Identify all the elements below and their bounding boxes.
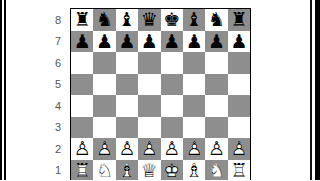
square-b8[interactable]: ♞ — [93, 9, 115, 31]
piece-black-pawn-a7: ♟ — [71, 31, 93, 53]
piece-black-rook-h8: ♜ — [228, 9, 250, 31]
square-e8[interactable]: ♚ — [161, 9, 183, 31]
square-c2[interactable]: ♟♙ — [116, 138, 138, 160]
square-g5[interactable] — [205, 74, 227, 96]
square-f7[interactable]: ♟ — [183, 31, 205, 53]
black-piece-glyph: ♝ — [116, 9, 138, 31]
black-piece-glyph: ♞ — [205, 9, 227, 31]
piece-white-rook-a1: ♜♖ — [71, 160, 93, 181]
piece-black-pawn-d7: ♟ — [138, 31, 160, 53]
square-g3[interactable] — [205, 117, 227, 139]
white-piece-outline: ♙ — [228, 138, 250, 160]
square-c5[interactable] — [116, 74, 138, 96]
square-f6[interactable] — [183, 52, 205, 74]
white-piece-outline: ♙ — [205, 138, 227, 160]
square-b6[interactable] — [93, 52, 115, 74]
piece-white-pawn-c2: ♟♙ — [116, 138, 138, 160]
square-h8[interactable]: ♜ — [228, 9, 250, 31]
square-d3[interactable] — [138, 117, 160, 139]
square-g8[interactable]: ♞ — [205, 9, 227, 31]
square-b2[interactable]: ♟♙ — [93, 138, 115, 160]
white-piece-outline: ♙ — [116, 138, 138, 160]
black-piece-glyph: ♟ — [228, 31, 250, 53]
square-h6[interactable] — [228, 52, 250, 74]
square-e3[interactable] — [161, 117, 183, 139]
piece-black-knight-b8: ♞ — [93, 9, 115, 31]
piece-white-queen-d1: ♛♕ — [138, 160, 160, 181]
rank-label-2: 2 — [46, 138, 64, 160]
piece-black-pawn-c7: ♟ — [116, 31, 138, 53]
piece-black-knight-g8: ♞ — [205, 9, 227, 31]
square-a6[interactable] — [71, 52, 93, 74]
square-h2[interactable]: ♟♙ — [228, 138, 250, 160]
video-frame: 8 7 6 5 4 3 2 1 ♜♞♝♛♚♝♞♜♟♟♟♟♟♟♟♟♟♙♟♙♟♙♟♙… — [0, 0, 320, 180]
right-frame-line — [310, 0, 312, 180]
square-a1[interactable]: ♜♖ — [71, 160, 93, 181]
piece-white-knight-b1: ♞♘ — [93, 160, 115, 181]
piece-white-rook-h1: ♜♖ — [228, 160, 250, 181]
left-frame-line — [4, 0, 6, 180]
square-c8[interactable]: ♝ — [116, 9, 138, 31]
square-h4[interactable] — [228, 95, 250, 117]
square-f3[interactable] — [183, 117, 205, 139]
square-b1[interactable]: ♞♘ — [93, 160, 115, 181]
piece-black-king-e8: ♚ — [161, 9, 183, 31]
square-h1[interactable]: ♜♖ — [228, 160, 250, 181]
square-d4[interactable] — [138, 95, 160, 117]
square-f5[interactable] — [183, 74, 205, 96]
black-piece-glyph: ♝ — [183, 9, 205, 31]
piece-black-pawn-h7: ♟ — [228, 31, 250, 53]
white-piece-outline: ♘ — [93, 160, 115, 181]
square-f2[interactable]: ♟♙ — [183, 138, 205, 160]
white-piece-outline: ♔ — [161, 160, 183, 181]
rank-label-4: 4 — [46, 95, 64, 117]
square-c6[interactable] — [116, 52, 138, 74]
piece-black-queen-d8: ♛ — [138, 9, 160, 31]
square-a5[interactable] — [71, 74, 93, 96]
piece-black-pawn-g7: ♟ — [205, 31, 227, 53]
black-piece-glyph: ♟ — [183, 31, 205, 53]
square-c1[interactable]: ♝♗ — [116, 160, 138, 181]
white-piece-outline: ♗ — [183, 160, 205, 181]
square-g7[interactable]: ♟ — [205, 31, 227, 53]
white-piece-outline: ♙ — [71, 138, 93, 160]
black-piece-glyph: ♜ — [228, 9, 250, 31]
square-f1[interactable]: ♝♗ — [183, 160, 205, 181]
square-e7[interactable]: ♟ — [161, 31, 183, 53]
square-a7[interactable]: ♟ — [71, 31, 93, 53]
black-piece-glyph: ♟ — [116, 31, 138, 53]
piece-black-pawn-f7: ♟ — [183, 31, 205, 53]
square-f4[interactable] — [183, 95, 205, 117]
square-e6[interactable] — [161, 52, 183, 74]
square-c3[interactable] — [116, 117, 138, 139]
black-piece-glyph: ♟ — [205, 31, 227, 53]
rank-label-1: 1 — [46, 160, 64, 181]
white-piece-outline: ♙ — [183, 138, 205, 160]
piece-white-pawn-b2: ♟♙ — [93, 138, 115, 160]
black-piece-glyph: ♟ — [138, 31, 160, 53]
piece-white-knight-g1: ♞♘ — [205, 160, 227, 181]
rank-label-8: 8 — [46, 9, 64, 31]
black-piece-glyph: ♛ — [138, 9, 160, 31]
square-b7[interactable]: ♟ — [93, 31, 115, 53]
square-g2[interactable]: ♟♙ — [205, 138, 227, 160]
square-e4[interactable] — [161, 95, 183, 117]
square-g4[interactable] — [205, 95, 227, 117]
piece-white-pawn-e2: ♟♙ — [161, 138, 183, 160]
piece-black-bishop-f8: ♝ — [183, 9, 205, 31]
black-piece-glyph: ♜ — [71, 9, 93, 31]
square-c4[interactable] — [116, 95, 138, 117]
piece-black-pawn-b7: ♟ — [93, 31, 115, 53]
black-piece-glyph: ♚ — [161, 9, 183, 31]
square-b5[interactable] — [93, 74, 115, 96]
piece-black-bishop-c8: ♝ — [116, 9, 138, 31]
square-g1[interactable]: ♞♘ — [205, 160, 227, 181]
white-piece-outline: ♙ — [161, 138, 183, 160]
white-piece-outline: ♘ — [205, 160, 227, 181]
square-d7[interactable]: ♟ — [138, 31, 160, 53]
square-h3[interactable] — [228, 117, 250, 139]
piece-white-king-e1: ♚♔ — [161, 160, 183, 181]
square-g6[interactable] — [205, 52, 227, 74]
square-d2[interactable]: ♟♙ — [138, 138, 160, 160]
white-piece-outline: ♖ — [228, 160, 250, 181]
black-piece-glyph: ♟ — [161, 31, 183, 53]
rank-label-3: 3 — [46, 117, 64, 139]
black-piece-glyph: ♞ — [93, 9, 115, 31]
piece-white-pawn-h2: ♟♙ — [228, 138, 250, 160]
piece-white-pawn-a2: ♟♙ — [71, 138, 93, 160]
square-e2[interactable]: ♟♙ — [161, 138, 183, 160]
square-f8[interactable]: ♝ — [183, 9, 205, 31]
square-h7[interactable]: ♟ — [228, 31, 250, 53]
square-b4[interactable] — [93, 95, 115, 117]
piece-black-rook-a8: ♜ — [71, 9, 93, 31]
piece-black-pawn-e7: ♟ — [161, 31, 183, 53]
square-d8[interactable]: ♛ — [138, 9, 160, 31]
square-c7[interactable]: ♟ — [116, 31, 138, 53]
chess-board: ♜♞♝♛♚♝♞♜♟♟♟♟♟♟♟♟♟♙♟♙♟♙♟♙♟♙♟♙♟♙♟♙♜♖♞♘♝♗♛♕… — [70, 8, 251, 180]
square-a3[interactable] — [71, 117, 93, 139]
piece-white-pawn-g2: ♟♙ — [205, 138, 227, 160]
square-h5[interactable] — [228, 74, 250, 96]
square-a4[interactable] — [71, 95, 93, 117]
white-piece-outline: ♙ — [93, 138, 115, 160]
square-e5[interactable] — [161, 74, 183, 96]
black-piece-glyph: ♟ — [93, 31, 115, 53]
square-d1[interactable]: ♛♕ — [138, 160, 160, 181]
square-b3[interactable] — [93, 117, 115, 139]
square-d5[interactable] — [138, 74, 160, 96]
piece-white-pawn-d2: ♟♙ — [138, 138, 160, 160]
piece-white-pawn-f2: ♟♙ — [183, 138, 205, 160]
piece-white-bishop-c1: ♝♗ — [116, 160, 138, 181]
white-piece-outline: ♗ — [116, 160, 138, 181]
rank-label-6: 6 — [46, 52, 64, 74]
square-d6[interactable] — [138, 52, 160, 74]
left-black-edge — [0, 0, 2, 180]
white-piece-outline: ♙ — [138, 138, 160, 160]
rank-label-5: 5 — [46, 74, 64, 96]
square-a8[interactable]: ♜ — [71, 9, 93, 31]
square-e1[interactable]: ♚♔ — [161, 160, 183, 181]
white-piece-outline: ♖ — [71, 160, 93, 181]
square-a2[interactable]: ♟♙ — [71, 138, 93, 160]
right-black-edge — [315, 0, 320, 180]
white-piece-outline: ♕ — [138, 160, 160, 181]
black-piece-glyph: ♟ — [71, 31, 93, 53]
rank-labels: 8 7 6 5 4 3 2 1 — [46, 9, 64, 180]
rank-label-7: 7 — [46, 31, 64, 53]
piece-white-bishop-f1: ♝♗ — [183, 160, 205, 181]
